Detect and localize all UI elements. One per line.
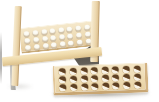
board-hole (76, 32, 83, 39)
board-hole (33, 37, 40, 44)
board-hole (24, 38, 31, 45)
board-hole (41, 36, 48, 43)
board-hole (59, 41, 66, 48)
board-hole (32, 30, 39, 37)
board-hole (102, 83, 109, 90)
board-hole (133, 66, 140, 73)
board-hole (80, 67, 87, 74)
board-hole (49, 28, 56, 35)
board-hole (70, 76, 77, 83)
board-hole (113, 82, 120, 89)
board-hole (58, 27, 65, 34)
board-hole (59, 84, 66, 91)
board-hole (34, 44, 41, 51)
loose-hole-panel (53, 62, 149, 95)
board-hole (59, 34, 66, 41)
board-hole (59, 68, 66, 75)
board-hole (123, 82, 130, 89)
board-hole (102, 75, 109, 82)
board-hole (123, 74, 130, 81)
board-hole (51, 42, 58, 49)
board-hole (66, 26, 73, 33)
board-hole (101, 67, 108, 74)
board-hole (67, 33, 74, 40)
product-photo-wooden-connect-four (0, 0, 159, 102)
board-hole (75, 25, 82, 32)
board-hole (76, 39, 83, 46)
board-hole (91, 75, 98, 82)
board-hole (59, 76, 66, 83)
board-hole (70, 68, 77, 75)
board-hole (70, 84, 77, 91)
board-hole (68, 40, 75, 47)
board-hole (134, 82, 141, 89)
board-hole (41, 29, 48, 36)
board-hole (80, 75, 87, 82)
board-hole (24, 31, 31, 38)
board-hole (112, 66, 119, 73)
board-hole (91, 67, 98, 74)
board-hole (112, 74, 119, 81)
board-hole (81, 83, 88, 90)
board-hole (84, 25, 91, 32)
frame-ground-shadow (6, 83, 34, 90)
board-hole (91, 83, 98, 90)
board-hole (123, 66, 130, 73)
board-hole (42, 43, 49, 50)
board-hole (134, 74, 141, 81)
board-hole (50, 35, 57, 42)
board-hole (25, 45, 32, 52)
